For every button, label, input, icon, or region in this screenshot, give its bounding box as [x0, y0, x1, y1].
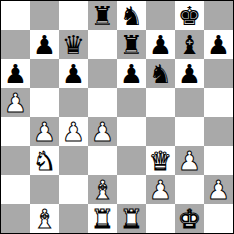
square-g3[interactable]: ♟ — [175, 146, 204, 175]
square-h7[interactable]: ♟ — [204, 30, 233, 59]
square-c4[interactable]: ♟ — [59, 117, 88, 146]
white-pawn-icon: ♟ — [62, 119, 85, 145]
square-f6[interactable]: ♞ — [146, 59, 175, 88]
chess-board: ♜♞♚♟♛♜♟♝♟♟♟♟♞♟♟♟♟♟♞♛♟♝♟♟♝♜♜♚ — [0, 0, 234, 234]
black-pawn-icon: ♟ — [33, 32, 56, 58]
square-c7[interactable]: ♛ — [59, 30, 88, 59]
square-a8[interactable] — [1, 1, 30, 30]
square-f4[interactable] — [146, 117, 175, 146]
white-knight-icon: ♞ — [33, 148, 56, 174]
square-d5[interactable] — [88, 88, 117, 117]
white-queen-icon: ♛ — [149, 148, 172, 174]
square-c6[interactable]: ♟ — [59, 59, 88, 88]
white-bishop-icon: ♝ — [33, 206, 56, 232]
white-pawn-icon: ♟ — [178, 148, 201, 174]
square-h4[interactable] — [204, 117, 233, 146]
square-b3[interactable]: ♞ — [30, 146, 59, 175]
square-c3[interactable] — [59, 146, 88, 175]
white-rook-icon: ♜ — [120, 206, 143, 232]
square-a1[interactable] — [1, 204, 30, 233]
square-h3[interactable] — [204, 146, 233, 175]
square-c1[interactable] — [59, 204, 88, 233]
black-rook-icon: ♜ — [91, 3, 114, 29]
white-king-icon: ♚ — [178, 206, 201, 232]
square-e7[interactable]: ♜ — [117, 30, 146, 59]
square-e4[interactable] — [117, 117, 146, 146]
black-knight-icon: ♞ — [149, 61, 172, 87]
square-a5[interactable]: ♟ — [1, 88, 30, 117]
square-d1[interactable]: ♜ — [88, 204, 117, 233]
black-pawn-icon: ♟ — [207, 32, 230, 58]
square-e6[interactable]: ♟ — [117, 59, 146, 88]
square-f5[interactable] — [146, 88, 175, 117]
square-b2[interactable] — [30, 175, 59, 204]
square-e3[interactable] — [117, 146, 146, 175]
white-pawn-icon: ♟ — [207, 177, 230, 203]
square-g6[interactable]: ♟ — [175, 59, 204, 88]
black-pawn-icon: ♟ — [62, 61, 85, 87]
square-g1[interactable]: ♚ — [175, 204, 204, 233]
square-g8[interactable]: ♚ — [175, 1, 204, 30]
square-c2[interactable] — [59, 175, 88, 204]
white-pawn-icon: ♟ — [91, 119, 114, 145]
white-pawn-icon: ♟ — [149, 177, 172, 203]
square-b5[interactable] — [30, 88, 59, 117]
square-g2[interactable] — [175, 175, 204, 204]
square-a3[interactable] — [1, 146, 30, 175]
square-c8[interactable] — [59, 1, 88, 30]
square-g7[interactable]: ♝ — [175, 30, 204, 59]
square-d4[interactable]: ♟ — [88, 117, 117, 146]
black-pawn-icon: ♟ — [120, 61, 143, 87]
square-h2[interactable]: ♟ — [204, 175, 233, 204]
square-a2[interactable] — [1, 175, 30, 204]
square-f2[interactable]: ♟ — [146, 175, 175, 204]
square-h8[interactable] — [204, 1, 233, 30]
square-b1[interactable]: ♝ — [30, 204, 59, 233]
square-e1[interactable]: ♜ — [117, 204, 146, 233]
black-queen-icon: ♛ — [62, 32, 85, 58]
square-d6[interactable] — [88, 59, 117, 88]
black-pawn-icon: ♟ — [149, 32, 172, 58]
black-pawn-icon: ♟ — [178, 61, 201, 87]
white-rook-icon: ♜ — [91, 206, 114, 232]
square-h5[interactable] — [204, 88, 233, 117]
square-a6[interactable]: ♟ — [1, 59, 30, 88]
black-rook-icon: ♜ — [120, 32, 143, 58]
square-d7[interactable] — [88, 30, 117, 59]
square-f3[interactable]: ♛ — [146, 146, 175, 175]
white-pawn-icon: ♟ — [4, 90, 27, 116]
square-g5[interactable] — [175, 88, 204, 117]
square-b7[interactable]: ♟ — [30, 30, 59, 59]
square-d8[interactable]: ♜ — [88, 1, 117, 30]
square-f7[interactable]: ♟ — [146, 30, 175, 59]
square-b6[interactable] — [30, 59, 59, 88]
square-d2[interactable]: ♝ — [88, 175, 117, 204]
square-e2[interactable] — [117, 175, 146, 204]
black-pawn-icon: ♟ — [4, 61, 27, 87]
white-bishop-icon: ♝ — [91, 177, 114, 203]
square-b4[interactable]: ♟ — [30, 117, 59, 146]
black-king-icon: ♚ — [178, 3, 201, 29]
square-b8[interactable] — [30, 1, 59, 30]
square-a7[interactable] — [1, 30, 30, 59]
black-knight-icon: ♞ — [120, 3, 143, 29]
white-pawn-icon: ♟ — [33, 119, 56, 145]
black-bishop-icon: ♝ — [178, 32, 201, 58]
square-d3[interactable] — [88, 146, 117, 175]
square-e5[interactable] — [117, 88, 146, 117]
square-g4[interactable] — [175, 117, 204, 146]
square-f1[interactable] — [146, 204, 175, 233]
square-f8[interactable] — [146, 1, 175, 30]
square-a4[interactable] — [1, 117, 30, 146]
square-h6[interactable] — [204, 59, 233, 88]
square-e8[interactable]: ♞ — [117, 1, 146, 30]
square-h1[interactable] — [204, 204, 233, 233]
square-c5[interactable] — [59, 88, 88, 117]
